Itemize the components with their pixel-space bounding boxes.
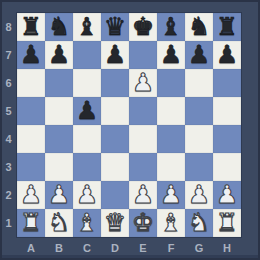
square-h3[interactable] bbox=[213, 153, 241, 181]
white-rook-h1[interactable]: ♜ bbox=[213, 209, 241, 237]
square-d6[interactable] bbox=[101, 69, 129, 97]
rank-label-3: 3 bbox=[0, 153, 17, 181]
square-a5[interactable] bbox=[17, 97, 45, 125]
square-b7[interactable]: ♟ bbox=[45, 41, 73, 69]
square-e1[interactable]: ♚ bbox=[129, 209, 157, 237]
square-c4[interactable] bbox=[73, 125, 101, 153]
square-b1[interactable]: ♞ bbox=[45, 209, 73, 237]
black-pawn-g7[interactable]: ♟ bbox=[185, 41, 213, 69]
square-c6[interactable] bbox=[73, 69, 101, 97]
square-f5[interactable] bbox=[157, 97, 185, 125]
square-d1[interactable]: ♛ bbox=[101, 209, 129, 237]
square-b6[interactable] bbox=[45, 69, 73, 97]
square-a7[interactable]: ♟ bbox=[17, 41, 45, 69]
square-c3[interactable] bbox=[73, 153, 101, 181]
black-pawn-f7[interactable]: ♟ bbox=[157, 41, 185, 69]
black-queen-d8[interactable]: ♛ bbox=[101, 13, 129, 41]
black-bishop-c8[interactable]: ♝ bbox=[73, 13, 101, 41]
square-e2[interactable]: ♟ bbox=[129, 181, 157, 209]
square-h5[interactable] bbox=[213, 97, 241, 125]
square-e6[interactable]: ♟ bbox=[129, 69, 157, 97]
rank-label-5: 5 bbox=[0, 97, 17, 125]
square-d3[interactable] bbox=[101, 153, 129, 181]
square-b2[interactable]: ♟ bbox=[45, 181, 73, 209]
square-b8[interactable]: ♞ bbox=[45, 13, 73, 41]
rank-label-8: 8 bbox=[0, 13, 17, 41]
file-label-f: F bbox=[157, 241, 185, 256]
file-label-d: D bbox=[101, 241, 129, 256]
square-c1[interactable]: ♝ bbox=[73, 209, 101, 237]
square-h2[interactable]: ♟ bbox=[213, 181, 241, 209]
square-a1[interactable]: ♜ bbox=[17, 209, 45, 237]
file-label-e: E bbox=[129, 241, 157, 256]
square-g2[interactable]: ♟ bbox=[185, 181, 213, 209]
white-queen-d1[interactable]: ♛ bbox=[101, 209, 129, 237]
square-a3[interactable] bbox=[17, 153, 45, 181]
square-f2[interactable]: ♟ bbox=[157, 181, 185, 209]
file-label-h: H bbox=[213, 241, 241, 256]
white-pawn-a2[interactable]: ♟ bbox=[17, 181, 45, 209]
square-f4[interactable] bbox=[157, 125, 185, 153]
square-e7[interactable] bbox=[129, 41, 157, 69]
square-g3[interactable] bbox=[185, 153, 213, 181]
black-pawn-a7[interactable]: ♟ bbox=[17, 41, 45, 69]
white-pawn-c2[interactable]: ♟ bbox=[73, 181, 101, 209]
square-d2[interactable] bbox=[101, 181, 129, 209]
square-b5[interactable] bbox=[45, 97, 73, 125]
chess-board[interactable]: ♜♞♝♛♚♝♞♜♟♟♟♟♟♟♟♟♟♟♟♟♟♟♟♜♞♝♛♚♝♞♜ bbox=[17, 13, 241, 237]
black-knight-g8[interactable]: ♞ bbox=[185, 13, 213, 41]
square-d4[interactable] bbox=[101, 125, 129, 153]
square-h7[interactable]: ♟ bbox=[213, 41, 241, 69]
rank-label-6: 6 bbox=[0, 69, 17, 97]
square-g8[interactable]: ♞ bbox=[185, 13, 213, 41]
file-label-g: G bbox=[185, 241, 213, 256]
white-pawn-e6[interactable]: ♟ bbox=[129, 69, 157, 97]
white-bishop-f1[interactable]: ♝ bbox=[157, 209, 185, 237]
black-rook-h8[interactable]: ♜ bbox=[213, 13, 241, 41]
square-f1[interactable]: ♝ bbox=[157, 209, 185, 237]
black-pawn-d7[interactable]: ♟ bbox=[101, 41, 129, 69]
square-f3[interactable] bbox=[157, 153, 185, 181]
rank-label-1: 1 bbox=[0, 209, 17, 237]
square-f6[interactable] bbox=[157, 69, 185, 97]
square-d8[interactable]: ♛ bbox=[101, 13, 129, 41]
square-h1[interactable]: ♜ bbox=[213, 209, 241, 237]
black-pawn-c5[interactable]: ♟ bbox=[73, 97, 101, 125]
square-h4[interactable] bbox=[213, 125, 241, 153]
square-b4[interactable] bbox=[45, 125, 73, 153]
rank-label-7: 7 bbox=[0, 41, 17, 69]
black-pawn-h7[interactable]: ♟ bbox=[213, 41, 241, 69]
square-c2[interactable]: ♟ bbox=[73, 181, 101, 209]
file-label-a: A bbox=[17, 241, 45, 256]
black-king-e8[interactable]: ♚ bbox=[129, 13, 157, 41]
rank-label-4: 4 bbox=[0, 125, 17, 153]
black-knight-b8[interactable]: ♞ bbox=[45, 13, 73, 41]
square-g5[interactable] bbox=[185, 97, 213, 125]
square-a2[interactable]: ♟ bbox=[17, 181, 45, 209]
white-king-e1[interactable]: ♚ bbox=[129, 209, 157, 237]
square-c5[interactable]: ♟ bbox=[73, 97, 101, 125]
black-pawn-b7[interactable]: ♟ bbox=[45, 41, 73, 69]
square-h8[interactable]: ♜ bbox=[213, 13, 241, 41]
square-g7[interactable]: ♟ bbox=[185, 41, 213, 69]
white-pawn-h2[interactable]: ♟ bbox=[213, 181, 241, 209]
square-g1[interactable]: ♞ bbox=[185, 209, 213, 237]
square-g6[interactable] bbox=[185, 69, 213, 97]
file-label-c: C bbox=[73, 241, 101, 256]
file-labels: ABCDEFGH bbox=[17, 241, 241, 256]
rank-label-2: 2 bbox=[0, 181, 17, 209]
white-pawn-f2[interactable]: ♟ bbox=[157, 181, 185, 209]
chess-board-frame: 87654321 ♜♞♝♛♚♝♞♜♟♟♟♟♟♟♟♟♟♟♟♟♟♟♟♜♞♝♛♚♝♞♜… bbox=[0, 0, 260, 260]
square-e8[interactable]: ♚ bbox=[129, 13, 157, 41]
square-a6[interactable] bbox=[17, 69, 45, 97]
black-rook-a8[interactable]: ♜ bbox=[17, 13, 45, 41]
square-d5[interactable] bbox=[101, 97, 129, 125]
white-knight-g1[interactable]: ♞ bbox=[185, 209, 213, 237]
white-pawn-b2[interactable]: ♟ bbox=[45, 181, 73, 209]
square-f7[interactable]: ♟ bbox=[157, 41, 185, 69]
file-label-b: B bbox=[45, 241, 73, 256]
square-g4[interactable] bbox=[185, 125, 213, 153]
rank-labels: 87654321 bbox=[0, 13, 17, 237]
square-e4[interactable] bbox=[129, 125, 157, 153]
white-bishop-c1[interactable]: ♝ bbox=[73, 209, 101, 237]
white-rook-a1[interactable]: ♜ bbox=[17, 209, 45, 237]
square-h6[interactable] bbox=[213, 69, 241, 97]
white-pawn-g2[interactable]: ♟ bbox=[185, 181, 213, 209]
square-b3[interactable] bbox=[45, 153, 73, 181]
white-knight-b1[interactable]: ♞ bbox=[45, 209, 73, 237]
square-c7[interactable] bbox=[73, 41, 101, 69]
square-c8[interactable]: ♝ bbox=[73, 13, 101, 41]
square-e3[interactable] bbox=[129, 153, 157, 181]
square-a8[interactable]: ♜ bbox=[17, 13, 45, 41]
square-d7[interactable]: ♟ bbox=[101, 41, 129, 69]
black-bishop-f8[interactable]: ♝ bbox=[157, 13, 185, 41]
square-a4[interactable] bbox=[17, 125, 45, 153]
square-e5[interactable] bbox=[129, 97, 157, 125]
square-f8[interactable]: ♝ bbox=[157, 13, 185, 41]
white-pawn-e2[interactable]: ♟ bbox=[129, 181, 157, 209]
